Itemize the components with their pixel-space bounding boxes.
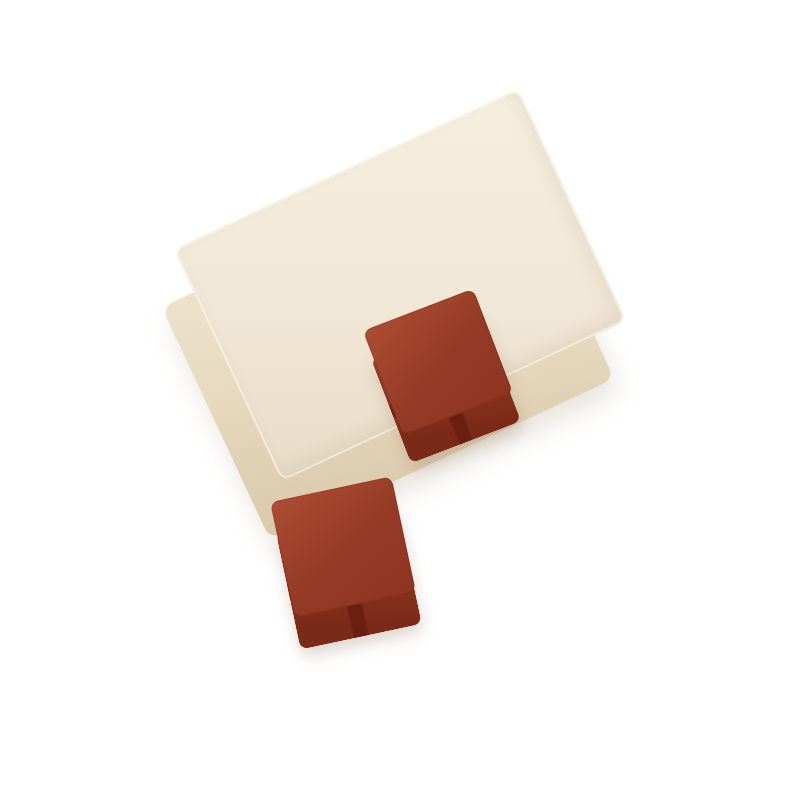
cast-block-loose-top (270, 476, 416, 617)
product-photo-scene (0, 0, 800, 800)
